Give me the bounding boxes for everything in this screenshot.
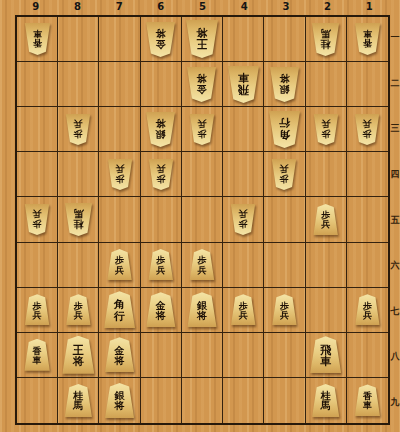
koma-kanji: 兵 xyxy=(280,164,289,173)
square-4e[interactable]: 歩兵 xyxy=(223,197,264,242)
koma-kanji: 将 xyxy=(279,73,289,83)
koma-kanji: 馬 xyxy=(321,28,331,38)
koma-face: 歩兵 xyxy=(24,204,50,235)
square-3f[interactable] xyxy=(264,243,305,288)
square-9e[interactable]: 歩兵 xyxy=(17,197,58,242)
koma-face: 飛車 xyxy=(227,66,260,103)
square-5i[interactable] xyxy=(182,378,223,423)
rank-label-d: 四 xyxy=(390,152,400,198)
koma-kanji: 車 xyxy=(238,72,249,83)
square-2a[interactable]: 桂馬 xyxy=(306,17,347,62)
koma-face: 金将 xyxy=(104,337,135,372)
piece-gote-silver[interactable]: 銀将 xyxy=(269,67,300,102)
rank-label-i: 九 xyxy=(390,380,400,426)
koma-face: 歩兵 xyxy=(313,114,339,145)
rank-labels: 一二三四五六七八九 xyxy=(390,15,400,425)
piece-gote-rook[interactable]: 飛車 xyxy=(227,66,260,103)
piece-gote-pawn[interactable]: 歩兵 xyxy=(271,159,297,190)
square-5f[interactable]: 歩兵 xyxy=(182,243,223,288)
koma-face: 金将 xyxy=(186,67,217,102)
rank-label-g: 七 xyxy=(390,288,400,334)
koma-kanji: 歩 xyxy=(33,218,42,227)
koma-face: 歩兵 xyxy=(271,294,297,325)
koma-kanji: 銀 xyxy=(156,128,166,138)
koma-face: 歩兵 xyxy=(230,204,256,235)
piece-gote-silver[interactable]: 銀将 xyxy=(145,112,176,147)
piece-sente-pawn[interactable]: 歩兵 xyxy=(189,249,215,280)
koma-kanji: 飛 xyxy=(238,83,249,94)
square-5h[interactable] xyxy=(182,333,223,378)
piece-gote-knight[interactable]: 桂馬 xyxy=(64,203,93,236)
piece-gote-pawn[interactable]: 歩兵 xyxy=(24,204,50,235)
piece-sente-bishop[interactable]: 角行 xyxy=(103,291,136,328)
piece-sente-pawn[interactable]: 歩兵 xyxy=(24,294,50,325)
koma-kanji: 歩 xyxy=(280,173,289,182)
file-label-1: 1 xyxy=(348,0,390,15)
square-8h[interactable]: 王将 xyxy=(58,333,99,378)
koma-face: 香車 xyxy=(24,23,51,55)
square-9h[interactable]: 香車 xyxy=(17,333,58,378)
square-3i[interactable] xyxy=(264,378,305,423)
square-8c[interactable]: 歩兵 xyxy=(58,107,99,152)
square-1d[interactable] xyxy=(347,152,388,197)
file-label-4: 4 xyxy=(223,0,265,15)
square-5b[interactable]: 金将 xyxy=(182,62,223,107)
square-1g[interactable]: 歩兵 xyxy=(347,288,388,333)
koma-kanji: 歩 xyxy=(239,218,248,227)
square-7i[interactable]: 銀将 xyxy=(99,378,140,423)
piece-sente-pawn[interactable]: 歩兵 xyxy=(230,294,256,325)
square-2d[interactable] xyxy=(306,152,347,197)
koma-kanji: 車 xyxy=(363,29,372,38)
piece-gote-pawn[interactable]: 歩兵 xyxy=(313,114,339,145)
square-6f[interactable]: 歩兵 xyxy=(141,243,182,288)
square-7a[interactable] xyxy=(99,17,140,62)
piece-sente-gold[interactable]: 金将 xyxy=(145,292,176,327)
koma-face: 王将 xyxy=(61,336,95,374)
koma-kanji: 兵 xyxy=(33,209,42,218)
koma-kanji: 王 xyxy=(196,38,207,49)
koma-kanji: 兵 xyxy=(115,266,124,275)
koma-kanji: 兵 xyxy=(115,164,124,173)
square-6c[interactable]: 銀将 xyxy=(141,107,182,152)
koma-kanji: 桂 xyxy=(321,38,331,48)
koma-face: 歩兵 xyxy=(148,159,174,190)
koma-kanji: 行 xyxy=(114,311,125,322)
koma-face: 歩兵 xyxy=(189,249,215,280)
piece-gote-pawn[interactable]: 歩兵 xyxy=(107,159,133,190)
koma-kanji: 将 xyxy=(156,311,166,321)
square-1f[interactable] xyxy=(347,243,388,288)
square-4i[interactable] xyxy=(223,378,264,423)
square-7c[interactable] xyxy=(99,107,140,152)
koma-face: 歩兵 xyxy=(354,114,380,145)
piece-sente-knight[interactable]: 桂馬 xyxy=(311,384,340,417)
square-3a[interactable] xyxy=(264,17,305,62)
koma-kanji: 兵 xyxy=(74,119,83,128)
piece-sente-lance[interactable]: 香車 xyxy=(354,384,381,416)
square-6g[interactable]: 金将 xyxy=(141,288,182,333)
koma-kanji: 歩 xyxy=(321,128,330,137)
piece-sente-gold[interactable]: 金将 xyxy=(104,337,135,372)
koma-face: 王将 xyxy=(185,20,219,58)
square-3b[interactable]: 銀将 xyxy=(264,62,305,107)
koma-face: 金将 xyxy=(145,22,176,57)
koma-kanji: 兵 xyxy=(197,266,206,275)
piece-sente-king[interactable]: 王将 xyxy=(61,336,95,374)
koma-face: 桂馬 xyxy=(64,384,93,417)
koma-kanji: 将 xyxy=(156,28,166,38)
square-5d[interactable] xyxy=(182,152,223,197)
koma-kanji: 兵 xyxy=(156,164,165,173)
square-4d[interactable] xyxy=(223,152,264,197)
square-1a[interactable]: 香車 xyxy=(347,17,388,62)
piece-gote-pawn[interactable]: 歩兵 xyxy=(189,114,215,145)
piece-gote-gold[interactable]: 金将 xyxy=(186,67,217,102)
piece-sente-pawn[interactable]: 歩兵 xyxy=(313,204,339,235)
koma-face: 銀将 xyxy=(104,383,135,418)
square-6e[interactable] xyxy=(141,197,182,242)
square-4f[interactable] xyxy=(223,243,264,288)
koma-face: 角行 xyxy=(268,111,301,148)
koma-face: 歩兵 xyxy=(230,294,256,325)
koma-kanji: 兵 xyxy=(280,311,289,320)
koma-face: 歩兵 xyxy=(24,294,50,325)
piece-gote-pawn[interactable]: 歩兵 xyxy=(354,114,380,145)
square-1b[interactable] xyxy=(347,62,388,107)
koma-kanji: 馬 xyxy=(73,401,83,411)
piece-gote-bishop[interactable]: 角行 xyxy=(268,111,301,148)
square-5g[interactable]: 銀将 xyxy=(182,288,223,333)
koma-face: 歩兵 xyxy=(65,114,91,145)
piece-gote-knight[interactable]: 桂馬 xyxy=(311,23,340,56)
koma-kanji: 歩 xyxy=(74,128,83,137)
square-3h[interactable] xyxy=(264,333,305,378)
koma-face: 香車 xyxy=(354,384,381,416)
square-4c[interactable] xyxy=(223,107,264,152)
square-7e[interactable] xyxy=(99,197,140,242)
square-6b[interactable] xyxy=(141,62,182,107)
square-4b[interactable]: 飛車 xyxy=(223,62,264,107)
square-8i[interactable]: 桂馬 xyxy=(58,378,99,423)
square-2b[interactable] xyxy=(306,62,347,107)
koma-kanji: 将 xyxy=(197,311,207,321)
square-5e[interactable] xyxy=(182,197,223,242)
koma-face: 金将 xyxy=(145,292,176,327)
file-label-5: 5 xyxy=(182,0,224,15)
koma-kanji: 将 xyxy=(197,73,207,83)
square-9f[interactable] xyxy=(17,243,58,288)
square-7d[interactable]: 歩兵 xyxy=(99,152,140,197)
koma-face: 歩兵 xyxy=(107,159,133,190)
koma-kanji: 兵 xyxy=(156,266,165,275)
square-9d[interactable] xyxy=(17,152,58,197)
square-6i[interactable] xyxy=(141,378,182,423)
square-8a[interactable] xyxy=(58,17,99,62)
koma-face: 銀将 xyxy=(269,67,300,102)
koma-kanji: 兵 xyxy=(33,311,42,320)
koma-face: 桂馬 xyxy=(311,23,340,56)
square-7h[interactable]: 金将 xyxy=(99,333,140,378)
rank-label-c: 三 xyxy=(390,106,400,152)
file-label-9: 9 xyxy=(15,0,57,15)
square-9g[interactable]: 歩兵 xyxy=(17,288,58,333)
piece-gote-king[interactable]: 王将 xyxy=(185,20,219,58)
piece-sente-pawn[interactable]: 歩兵 xyxy=(354,294,380,325)
koma-kanji: 兵 xyxy=(321,119,330,128)
koma-face: 香車 xyxy=(24,339,51,371)
koma-kanji: 兵 xyxy=(197,119,206,128)
koma-face: 桂馬 xyxy=(64,203,93,236)
square-2g[interactable] xyxy=(306,288,347,333)
file-label-8: 8 xyxy=(57,0,99,15)
file-label-3: 3 xyxy=(265,0,307,15)
koma-kanji: 金 xyxy=(156,38,166,48)
piece-gote-gold[interactable]: 金将 xyxy=(145,22,176,57)
koma-kanji: 馬 xyxy=(321,401,331,411)
piece-sente-silver[interactable]: 銀将 xyxy=(186,292,217,327)
koma-kanji: 車 xyxy=(320,356,331,367)
koma-face: 歩兵 xyxy=(271,159,297,190)
koma-kanji: 車 xyxy=(33,356,42,365)
koma-kanji: 香 xyxy=(363,38,372,47)
koma-kanji: 兵 xyxy=(363,119,372,128)
square-5a[interactable]: 王将 xyxy=(182,17,223,62)
square-9c[interactable] xyxy=(17,107,58,152)
square-6d[interactable]: 歩兵 xyxy=(141,152,182,197)
koma-face: 歩兵 xyxy=(107,249,133,280)
rank-label-a: 一 xyxy=(390,15,400,61)
koma-kanji: 車 xyxy=(33,29,42,38)
piece-gote-pawn[interactable]: 歩兵 xyxy=(65,114,91,145)
koma-kanji: 将 xyxy=(196,27,207,38)
square-8b[interactable] xyxy=(58,62,99,107)
square-4g[interactable]: 歩兵 xyxy=(223,288,264,333)
rank-label-f: 六 xyxy=(390,243,400,289)
square-2e[interactable]: 歩兵 xyxy=(306,197,347,242)
square-9b[interactable] xyxy=(17,62,58,107)
rank-label-h: 八 xyxy=(390,334,400,380)
koma-kanji: 兵 xyxy=(239,209,248,218)
koma-kanji: 車 xyxy=(363,401,372,410)
koma-face: 銀将 xyxy=(145,112,176,147)
koma-face: 歩兵 xyxy=(354,294,380,325)
square-3e[interactable] xyxy=(264,197,305,242)
square-2h[interactable]: 飛車 xyxy=(306,333,347,378)
square-8d[interactable] xyxy=(58,152,99,197)
koma-face: 桂馬 xyxy=(311,384,340,417)
koma-face: 歩兵 xyxy=(189,114,215,145)
square-1c[interactable]: 歩兵 xyxy=(347,107,388,152)
koma-kanji: 歩 xyxy=(197,128,206,137)
koma-kanji: 兵 xyxy=(321,220,330,229)
koma-kanji: 歩 xyxy=(115,173,124,182)
square-1i[interactable]: 香車 xyxy=(347,378,388,423)
koma-kanji: 行 xyxy=(279,117,290,128)
square-9i[interactable] xyxy=(17,378,58,423)
koma-face: 歩兵 xyxy=(313,204,339,235)
square-2i[interactable]: 桂馬 xyxy=(306,378,347,423)
koma-face: 銀将 xyxy=(186,292,217,327)
koma-kanji: 兵 xyxy=(239,311,248,320)
file-label-6: 6 xyxy=(140,0,182,15)
piece-gote-pawn[interactable]: 歩兵 xyxy=(230,204,256,235)
piece-gote-lance[interactable]: 香車 xyxy=(24,23,51,55)
piece-sente-silver[interactable]: 銀将 xyxy=(104,383,135,418)
koma-kanji: 将 xyxy=(115,401,125,411)
square-1e[interactable] xyxy=(347,197,388,242)
square-7g[interactable]: 角行 xyxy=(99,288,140,333)
file-labels: 987654321 xyxy=(15,0,390,15)
shogi-board-screen: 987654321 香車金将王将桂馬香車金将飛車銀将歩兵銀将歩兵角行歩兵歩兵歩兵… xyxy=(0,0,400,432)
square-6a[interactable]: 金将 xyxy=(141,17,182,62)
koma-kanji: 将 xyxy=(156,118,166,128)
square-1h[interactable] xyxy=(347,333,388,378)
file-label-2: 2 xyxy=(307,0,349,15)
koma-kanji: 兵 xyxy=(363,311,372,320)
koma-kanji: 歩 xyxy=(156,173,165,182)
koma-face: 香車 xyxy=(354,23,381,55)
piece-sente-knight[interactable]: 桂馬 xyxy=(64,384,93,417)
square-6h[interactable] xyxy=(141,333,182,378)
square-3d[interactable]: 歩兵 xyxy=(264,152,305,197)
square-5c[interactable]: 歩兵 xyxy=(182,107,223,152)
square-4h[interactable] xyxy=(223,333,264,378)
koma-kanji: 将 xyxy=(115,356,125,366)
piece-sente-rook[interactable]: 飛車 xyxy=(309,336,342,373)
koma-face: 飛車 xyxy=(309,336,342,373)
koma-kanji: 将 xyxy=(73,356,84,367)
koma-face: 歩兵 xyxy=(65,294,91,325)
koma-face: 歩兵 xyxy=(148,249,174,280)
square-3c[interactable]: 角行 xyxy=(264,107,305,152)
square-3g[interactable]: 歩兵 xyxy=(264,288,305,333)
koma-kanji: 角 xyxy=(279,128,290,139)
piece-gote-pawn[interactable]: 歩兵 xyxy=(148,159,174,190)
piece-gote-lance[interactable]: 香車 xyxy=(354,23,381,55)
square-2c[interactable]: 歩兵 xyxy=(306,107,347,152)
koma-kanji: 桂 xyxy=(73,218,83,228)
square-8e[interactable]: 桂馬 xyxy=(58,197,99,242)
koma-kanji: 銀 xyxy=(279,83,289,93)
square-9a[interactable]: 香車 xyxy=(17,17,58,62)
rank-label-e: 五 xyxy=(390,197,400,243)
square-8g[interactable]: 歩兵 xyxy=(58,288,99,333)
piece-sente-pawn[interactable]: 歩兵 xyxy=(65,294,91,325)
piece-sente-pawn[interactable]: 歩兵 xyxy=(107,249,133,280)
koma-kanji: 香 xyxy=(33,38,42,47)
piece-sente-pawn[interactable]: 歩兵 xyxy=(271,294,297,325)
square-2f[interactable] xyxy=(306,243,347,288)
square-4a[interactable] xyxy=(223,17,264,62)
koma-kanji: 歩 xyxy=(363,128,372,137)
shogi-board: 香車金将王将桂馬香車金将飛車銀将歩兵銀将歩兵角行歩兵歩兵歩兵歩兵歩兵歩兵桂馬歩兵… xyxy=(15,15,390,425)
koma-face: 角行 xyxy=(103,291,136,328)
piece-sente-lance[interactable]: 香車 xyxy=(24,339,51,371)
square-7f[interactable]: 歩兵 xyxy=(99,243,140,288)
koma-kanji: 馬 xyxy=(73,208,83,218)
piece-sente-pawn[interactable]: 歩兵 xyxy=(148,249,174,280)
koma-kanji: 兵 xyxy=(74,311,83,320)
square-7b[interactable] xyxy=(99,62,140,107)
square-8f[interactable] xyxy=(58,243,99,288)
koma-kanji: 金 xyxy=(197,83,207,93)
rank-label-b: 二 xyxy=(390,61,400,107)
file-label-7: 7 xyxy=(98,0,140,15)
